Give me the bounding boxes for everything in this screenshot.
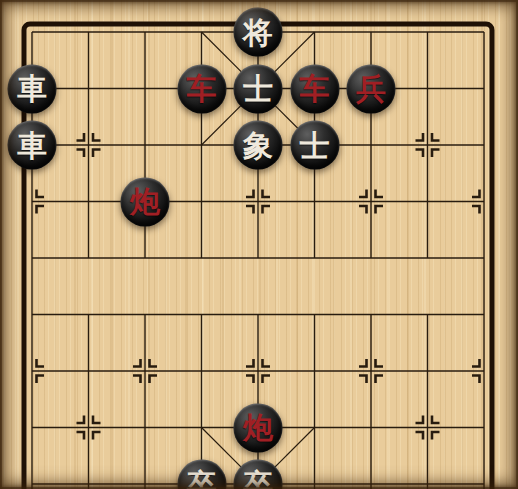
piece-red-pawn-a[interactable]: 兵 xyxy=(347,64,396,113)
piece-black-pawn-a[interactable]: 卒 xyxy=(177,460,226,489)
pieces-layer: 将車车士车兵車象士炮炮卒卒 xyxy=(0,0,518,489)
piece-glyph: 士 xyxy=(300,130,330,160)
piece-black-advisor-a[interactable]: 士 xyxy=(234,64,283,113)
piece-glyph: 士 xyxy=(243,74,273,104)
piece-red-cannon-b[interactable]: 炮 xyxy=(234,403,283,452)
xiangqi-board: 将車车士车兵車象士炮炮卒卒 xyxy=(0,0,518,489)
piece-glyph: 象 xyxy=(243,130,273,160)
piece-glyph: 卒 xyxy=(187,469,217,489)
piece-glyph: 车 xyxy=(187,74,217,104)
piece-glyph: 車 xyxy=(17,130,47,160)
piece-black-general[interactable]: 将 xyxy=(234,8,283,57)
piece-glyph: 兵 xyxy=(356,74,386,104)
piece-red-cannon-a[interactable]: 炮 xyxy=(121,177,170,226)
piece-black-advisor-b[interactable]: 士 xyxy=(290,121,339,170)
piece-glyph: 车 xyxy=(300,74,330,104)
piece-black-chariot-a[interactable]: 車 xyxy=(8,64,57,113)
piece-glyph: 炮 xyxy=(130,187,160,217)
piece-glyph: 炮 xyxy=(243,413,273,443)
piece-black-pawn-b[interactable]: 卒 xyxy=(234,460,283,489)
piece-red-chariot-a[interactable]: 车 xyxy=(177,64,226,113)
piece-glyph: 車 xyxy=(17,74,47,104)
piece-glyph: 卒 xyxy=(243,469,273,489)
piece-glyph: 将 xyxy=(243,17,273,47)
piece-black-elephant-a[interactable]: 象 xyxy=(234,121,283,170)
piece-black-chariot-b[interactable]: 車 xyxy=(8,121,57,170)
piece-red-chariot-b[interactable]: 车 xyxy=(290,64,339,113)
